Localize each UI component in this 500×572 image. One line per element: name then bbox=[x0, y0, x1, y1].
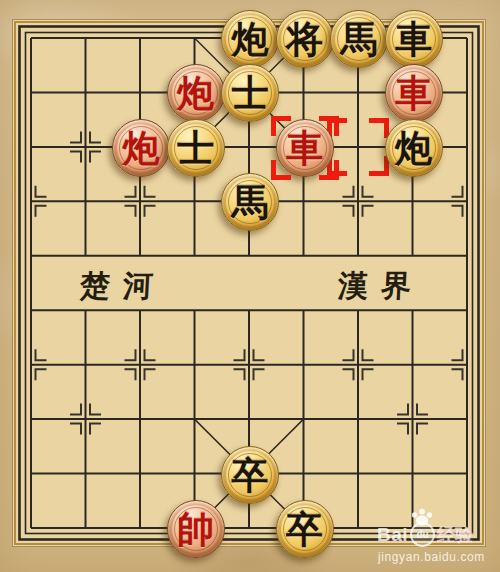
baidu-experience-label: 经验 bbox=[437, 523, 473, 547]
piece-glyph: 車 bbox=[286, 129, 323, 167]
piece-glyph: 馬 bbox=[341, 20, 378, 58]
piece-red-cannon[interactable]: 炮 bbox=[167, 64, 225, 122]
piece-glyph: 将 bbox=[286, 20, 323, 58]
piece-glyph: 帥 bbox=[177, 510, 214, 548]
baidu-url: jingyan.baidu.com bbox=[378, 550, 485, 564]
piece-black-soldier[interactable]: 卒 bbox=[221, 446, 279, 504]
baidu-brand-row: Bai du 经验 bbox=[377, 522, 473, 547]
piece-glyph: 炮 bbox=[232, 20, 269, 58]
piece-glyph: 車 bbox=[395, 74, 432, 112]
piece-red-chariot[interactable]: 車 bbox=[385, 64, 443, 122]
piece-red-general[interactable]: 帥 bbox=[167, 500, 225, 558]
piece-glyph: 卒 bbox=[286, 510, 323, 548]
river-label-han-jie: 漢界 bbox=[337, 266, 425, 307]
xiangqi-game-screenshot: 楚河 漢界 炮将馬車炮士車炮士車炮馬卒帥卒 Bai du 经验 jingyan.… bbox=[0, 0, 500, 572]
piece-glyph: 炮 bbox=[395, 129, 432, 167]
baidu-du-badge: du bbox=[410, 522, 435, 547]
piece-black-general[interactable]: 将 bbox=[276, 10, 334, 68]
piece-red-cannon[interactable]: 炮 bbox=[112, 119, 170, 177]
piece-glyph: 士 bbox=[177, 129, 214, 167]
piece-black-horse[interactable]: 馬 bbox=[221, 173, 279, 231]
piece-glyph: 車 bbox=[395, 20, 432, 58]
piece-black-cannon[interactable]: 炮 bbox=[221, 10, 279, 68]
piece-black-soldier[interactable]: 卒 bbox=[276, 500, 334, 558]
piece-red-chariot[interactable]: 車 bbox=[276, 119, 334, 177]
piece-black-cannon[interactable]: 炮 bbox=[385, 119, 443, 177]
river-label-chu-he: 楚河 bbox=[79, 266, 167, 307]
baidu-brand-text: Bai bbox=[377, 524, 408, 546]
piece-glyph: 士 bbox=[232, 74, 269, 112]
piece-glyph: 炮 bbox=[123, 129, 160, 167]
piece-black-advisor[interactable]: 士 bbox=[167, 119, 225, 177]
piece-glyph: 炮 bbox=[177, 74, 214, 112]
piece-glyph: 卒 bbox=[232, 456, 269, 494]
piece-black-chariot[interactable]: 車 bbox=[385, 10, 443, 68]
piece-glyph: 馬 bbox=[232, 183, 269, 221]
piece-black-horse[interactable]: 馬 bbox=[330, 10, 388, 68]
